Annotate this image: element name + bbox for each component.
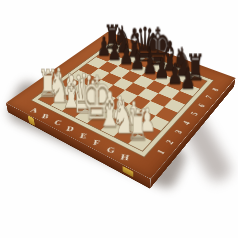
chess-set-photo: ABCDEFGH 12345678 ♜♞♟♝♟♛♟♚♟♝♟♞♟♜♟♟♟♟♜♟♞♟… xyxy=(0,0,238,238)
black-pawn-icon: ♟ xyxy=(171,66,206,91)
white-rook-icon: ♜ xyxy=(118,108,158,144)
